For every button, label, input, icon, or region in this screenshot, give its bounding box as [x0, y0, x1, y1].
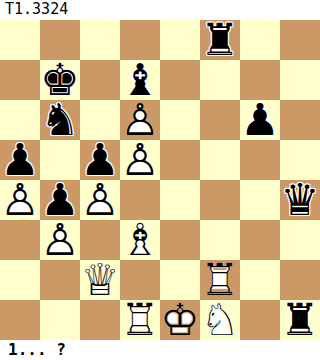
square-g3[interactable] — [240, 220, 280, 260]
square-g2[interactable] — [240, 260, 280, 300]
square-a1[interactable] — [0, 300, 40, 340]
square-f8[interactable]: ♜ — [200, 20, 240, 60]
piece-white-queen: ♕ — [80, 260, 119, 300]
square-e4[interactable] — [160, 180, 200, 220]
square-e1[interactable]: ♚♔ — [160, 300, 200, 340]
square-g8[interactable] — [240, 20, 280, 60]
piece-black-knight: ♞ — [40, 100, 79, 140]
square-c8[interactable] — [80, 20, 120, 60]
square-a4[interactable]: ♟♙ — [0, 180, 40, 220]
square-h6[interactable] — [280, 100, 320, 140]
square-e3[interactable] — [160, 220, 200, 260]
square-h4[interactable]: ♛ — [280, 180, 320, 220]
square-b6[interactable]: ♞ — [40, 100, 80, 140]
square-h7[interactable] — [280, 60, 320, 100]
square-f7[interactable] — [200, 60, 240, 100]
square-h8[interactable] — [280, 20, 320, 60]
square-a8[interactable] — [0, 20, 40, 60]
puzzle-id: T1.3324 — [0, 0, 320, 20]
square-b1[interactable] — [40, 300, 80, 340]
piece-white-bishop: ♗ — [120, 220, 159, 260]
chess-puzzle-app: T1.3324 ♜♚♝♞♟♙♟♟♟♟♙♟♙♟♟♙♛♟♙♝♗♛♕♜♖♜♖♚♔♞♘♜… — [0, 0, 320, 360]
square-c4[interactable]: ♟♙ — [80, 180, 120, 220]
piece-black-pawn: ♟ — [240, 100, 279, 140]
piece-white-pawn: ♙ — [40, 220, 79, 260]
piece-white-pawn: ♙ — [120, 140, 159, 180]
square-g4[interactable] — [240, 180, 280, 220]
square-h3[interactable] — [280, 220, 320, 260]
square-b3[interactable]: ♟♙ — [40, 220, 80, 260]
square-f4[interactable] — [200, 180, 240, 220]
square-c7[interactable] — [80, 60, 120, 100]
square-f6[interactable] — [200, 100, 240, 140]
piece-black-rook: ♜ — [280, 300, 319, 340]
piece-white-pawn: ♙ — [80, 180, 119, 220]
square-g1[interactable] — [240, 300, 280, 340]
square-e8[interactable] — [160, 20, 200, 60]
square-b2[interactable] — [40, 260, 80, 300]
square-e5[interactable] — [160, 140, 200, 180]
square-f1[interactable]: ♞♘ — [200, 300, 240, 340]
square-d1[interactable]: ♜♖ — [120, 300, 160, 340]
square-a3[interactable] — [0, 220, 40, 260]
square-g5[interactable] — [240, 140, 280, 180]
piece-white-pawn: ♙ — [0, 180, 39, 220]
square-a2[interactable] — [0, 260, 40, 300]
square-a7[interactable] — [0, 60, 40, 100]
square-g6[interactable]: ♟ — [240, 100, 280, 140]
square-e7[interactable] — [160, 60, 200, 100]
square-f5[interactable] — [200, 140, 240, 180]
piece-black-rook: ♜ — [200, 20, 239, 60]
square-d5[interactable]: ♟♙ — [120, 140, 160, 180]
square-c2[interactable]: ♛♕ — [80, 260, 120, 300]
square-h1[interactable]: ♜ — [280, 300, 320, 340]
square-e6[interactable] — [160, 100, 200, 140]
piece-black-queen: ♛ — [280, 180, 319, 220]
piece-white-rook: ♖ — [120, 300, 159, 340]
square-d3[interactable]: ♝♗ — [120, 220, 160, 260]
piece-white-king: ♔ — [160, 300, 199, 340]
square-c1[interactable] — [80, 300, 120, 340]
piece-white-knight: ♘ — [200, 300, 239, 340]
chess-board: ♜♚♝♞♟♙♟♟♟♟♙♟♙♟♟♙♛♟♙♝♗♛♕♜♖♜♖♚♔♞♘♜ — [0, 20, 320, 340]
